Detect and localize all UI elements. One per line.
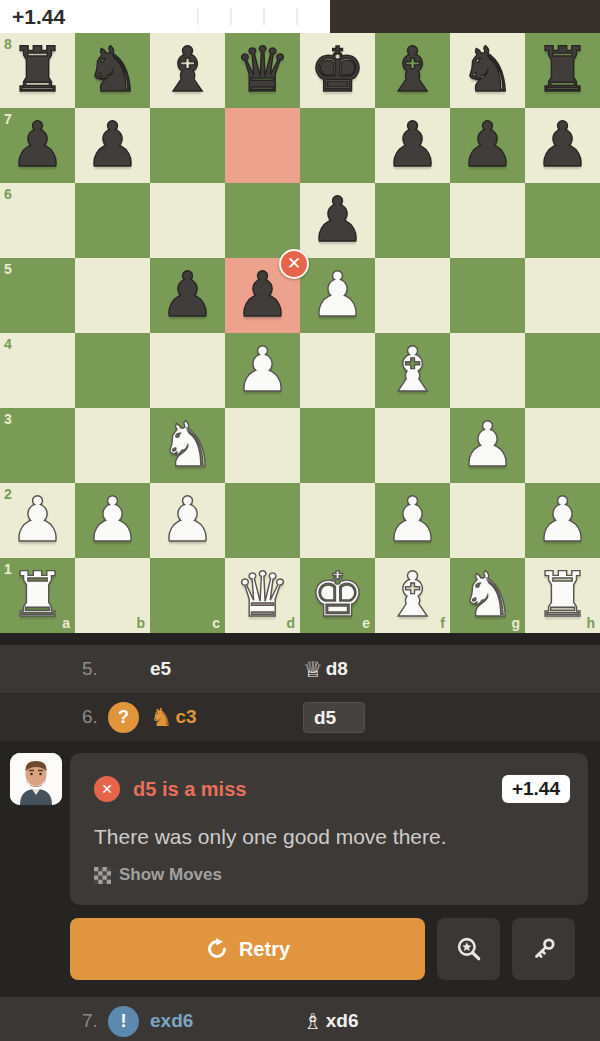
square-b7[interactable]: ♟: [75, 108, 150, 183]
move-row-7[interactable]: 7. ! exd6 ♗ xd6: [0, 995, 600, 1041]
square-c8[interactable]: ♝: [150, 33, 225, 108]
square-a7[interactable]: 7♟: [0, 108, 75, 183]
black-move-qd8[interactable]: ♕ d8: [303, 645, 348, 693]
move-number: 6.: [82, 693, 98, 741]
piece-white-pawn[interactable]: ♟: [450, 408, 525, 483]
piece-black-pawn[interactable]: ♟: [375, 108, 450, 183]
piece-black-knight[interactable]: ♞: [450, 33, 525, 108]
piece-white-pawn[interactable]: ♟: [375, 483, 450, 558]
square-f2[interactable]: ♟: [375, 483, 450, 558]
piece-white-king[interactable]: ♚: [300, 558, 375, 633]
square-c6[interactable]: [150, 183, 225, 258]
retry-refresh-icon: [205, 937, 229, 961]
piece-black-pawn[interactable]: ♟: [150, 258, 225, 333]
square-g6[interactable]: [450, 183, 525, 258]
square-f6[interactable]: [375, 183, 450, 258]
square-d8[interactable]: ♛: [225, 33, 300, 108]
piece-black-knight[interactable]: ♞: [75, 33, 150, 108]
square-g4[interactable]: [450, 333, 525, 408]
mini-board-icon: [94, 867, 111, 884]
square-d6[interactable]: [225, 183, 300, 258]
miss-move-icon: ✕: [279, 249, 309, 279]
square-h3[interactable]: [525, 408, 600, 483]
miss-x-icon: ✕: [94, 776, 120, 802]
move-number: 5.: [82, 645, 98, 693]
great-move-badge-icon: !: [108, 1006, 139, 1037]
square-e1[interactable]: e♚: [300, 558, 375, 633]
rank-label-6: 6: [4, 186, 12, 202]
square-e7[interactable]: [300, 108, 375, 183]
piece-black-bishop[interactable]: ♝: [150, 33, 225, 108]
clipped-move-row: [0, 633, 600, 645]
move-number: 7.: [82, 997, 98, 1041]
piece-black-pawn[interactable]: ♟: [525, 108, 600, 183]
piece-black-pawn[interactable]: ♟: [75, 108, 150, 183]
square-g2[interactable]: [450, 483, 525, 558]
black-move-bxd6[interactable]: ♗ xd6: [303, 997, 358, 1041]
piece-white-pawn[interactable]: ♟: [225, 333, 300, 408]
piece-white-pawn[interactable]: ♟: [0, 483, 75, 558]
square-e5[interactable]: ♟: [300, 258, 375, 333]
white-move-e5[interactable]: e5: [150, 658, 171, 680]
piece-white-bishop[interactable]: ♝: [375, 558, 450, 633]
white-move-nc3[interactable]: ? ♞ c3: [108, 693, 197, 741]
piece-white-knight[interactable]: ♞: [150, 408, 225, 483]
square-g1[interactable]: g♞: [450, 558, 525, 633]
piece-black-pawn[interactable]: ♟: [300, 183, 375, 258]
show-moves-button[interactable]: Show Moves: [94, 865, 570, 885]
square-h2[interactable]: ♟: [525, 483, 600, 558]
square-e4[interactable]: [300, 333, 375, 408]
square-g5[interactable]: [450, 258, 525, 333]
square-f7[interactable]: ♟: [375, 108, 450, 183]
square-f4[interactable]: ♝: [375, 333, 450, 408]
square-h1[interactable]: h♜: [525, 558, 600, 633]
file-label-b: b: [136, 615, 145, 631]
rank-label-3: 3: [4, 411, 12, 427]
piece-white-rook[interactable]: ♜: [0, 558, 75, 633]
piece-white-rook[interactable]: ♜: [525, 558, 600, 633]
piece-black-pawn[interactable]: ♟: [450, 108, 525, 183]
queen-icon: ♕: [303, 657, 323, 682]
piece-white-bishop[interactable]: ♝: [375, 333, 450, 408]
bishop-icon: ♗: [303, 1009, 323, 1034]
piece-white-pawn[interactable]: ♟: [300, 258, 375, 333]
piece-white-queen[interactable]: ♛: [225, 558, 300, 633]
square-b5[interactable]: [75, 258, 150, 333]
square-g3[interactable]: ♟: [450, 408, 525, 483]
square-a6[interactable]: 6: [0, 183, 75, 258]
square-b3[interactable]: [75, 408, 150, 483]
rank-label-5: 5: [4, 261, 12, 277]
chess-board[interactable]: ✕ 8♜♞♝♛♚♝♞♜7♟♟♟♟♟6♟5♟♟♟4♟♝3♞♟2♟♟♟♟♟1a♜bc…: [0, 33, 600, 633]
piece-black-rook[interactable]: ♜: [0, 33, 75, 108]
square-b1[interactable]: b: [75, 558, 150, 633]
piece-white-knight[interactable]: ♞: [450, 558, 525, 633]
square-d1[interactable]: d♛: [225, 558, 300, 633]
square-e6[interactable]: ♟: [300, 183, 375, 258]
square-e2[interactable]: [300, 483, 375, 558]
mistake-badge-icon: ?: [108, 702, 139, 733]
square-a8[interactable]: 8♜: [0, 33, 75, 108]
current-move-d5[interactable]: d5: [303, 702, 365, 733]
square-e3[interactable]: [300, 408, 375, 483]
piece-black-pawn[interactable]: ♟: [0, 108, 75, 183]
square-c7[interactable]: [150, 108, 225, 183]
square-b6[interactable]: [75, 183, 150, 258]
square-g7[interactable]: ♟: [450, 108, 525, 183]
square-b8[interactable]: ♞: [75, 33, 150, 108]
miss-title: d5 is a miss: [133, 778, 246, 801]
square-a5[interactable]: 5: [0, 258, 75, 333]
square-e8[interactable]: ♚: [300, 33, 375, 108]
move-row-6[interactable]: 6. ? ♞ c3 d5: [0, 693, 600, 741]
square-d2[interactable]: [225, 483, 300, 558]
piece-white-pawn[interactable]: ♟: [75, 483, 150, 558]
key-icon: [530, 935, 558, 963]
key-moments-button[interactable]: [512, 918, 575, 980]
evaluation-bar: +1.44: [0, 0, 600, 33]
square-f3[interactable]: [375, 408, 450, 483]
piece-black-bishop[interactable]: ♝: [375, 33, 450, 108]
square-d4[interactable]: ♟: [225, 333, 300, 408]
evaluation-score: +1.44: [12, 0, 65, 33]
coach-avatar: [10, 753, 62, 805]
square-a1[interactable]: 1a♜: [0, 558, 75, 633]
square-a3[interactable]: 3: [0, 408, 75, 483]
coach-panel: ✕ d5 is a miss +1.44 There was only one …: [0, 741, 600, 995]
square-h8[interactable]: ♜: [525, 33, 600, 108]
square-h6[interactable]: [525, 183, 600, 258]
square-c4[interactable]: [150, 333, 225, 408]
piece-white-pawn[interactable]: ♟: [525, 483, 600, 558]
square-c5[interactable]: ♟: [150, 258, 225, 333]
magnifier-star-icon: [455, 935, 483, 963]
square-c1[interactable]: c: [150, 558, 225, 633]
white-move-exd6[interactable]: ! exd6: [108, 997, 193, 1041]
square-h7[interactable]: ♟: [525, 108, 600, 183]
square-b2[interactable]: ♟: [75, 483, 150, 558]
eval-badge: +1.44: [502, 775, 570, 803]
retry-button[interactable]: Retry: [70, 918, 425, 980]
coach-speech-bubble: ✕ d5 is a miss +1.44 There was only one …: [70, 753, 588, 905]
square-f5[interactable]: [375, 258, 450, 333]
square-d7[interactable]: [225, 108, 300, 183]
square-a2[interactable]: 2♟: [0, 483, 75, 558]
piece-white-pawn[interactable]: ♟: [150, 483, 225, 558]
analysis-button[interactable]: [437, 918, 500, 980]
square-h4[interactable]: [525, 333, 600, 408]
square-f1[interactable]: f♝: [375, 558, 450, 633]
file-label-c: c: [212, 615, 220, 631]
square-b4[interactable]: [75, 333, 150, 408]
coach-comment: There was only one good move there.: [94, 825, 570, 849]
square-c3[interactable]: ♞: [150, 408, 225, 483]
square-a4[interactable]: 4: [0, 333, 75, 408]
square-h5[interactable]: [525, 258, 600, 333]
square-d3[interactable]: [225, 408, 300, 483]
piece-black-queen[interactable]: ♛: [225, 33, 300, 108]
square-f8[interactable]: ♝: [375, 33, 450, 108]
rank-label-4: 4: [4, 336, 12, 352]
square-g8[interactable]: ♞: [450, 33, 525, 108]
move-row-5[interactable]: 5. e5 ♕ d8: [0, 645, 600, 693]
square-c2[interactable]: ♟: [150, 483, 225, 558]
piece-black-rook[interactable]: ♜: [525, 33, 600, 108]
piece-black-king[interactable]: ♚: [300, 33, 375, 108]
knight-icon: ♞: [150, 703, 172, 732]
